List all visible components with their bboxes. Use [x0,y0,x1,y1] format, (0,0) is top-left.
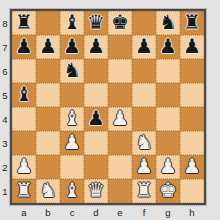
white-pawn[interactable]: ♟ [15,154,33,178]
square-c1[interactable]: ♝ [60,179,84,203]
square-a3[interactable] [12,131,36,155]
square-a5[interactable]: ♝ [12,83,36,107]
square-c8[interactable]: ♝ [60,11,84,35]
square-f7[interactable]: ♟ [132,35,156,59]
square-h5[interactable] [180,83,204,107]
square-d3[interactable] [84,131,108,155]
square-a7[interactable]: ♟ [12,35,36,59]
square-e1[interactable] [108,179,132,203]
square-c6[interactable]: ♞ [60,59,84,83]
square-g7[interactable]: ♟ [156,35,180,59]
square-a1[interactable]: ♜ [12,179,36,203]
black-rook[interactable]: ♜ [183,10,201,34]
square-h8[interactable]: ♜ [180,11,204,35]
square-b3[interactable] [36,131,60,155]
black-pawn[interactable]: ♟ [87,106,105,130]
square-g2[interactable]: ♟ [156,155,180,179]
white-rook[interactable]: ♜ [15,178,33,202]
white-knight[interactable]: ♞ [39,178,57,202]
file-label-c: c [60,205,84,219]
black-pawn[interactable]: ♟ [87,34,105,58]
white-queen[interactable]: ♛ [87,178,105,202]
square-e3[interactable] [108,131,132,155]
square-f1[interactable]: ♜ [132,179,156,203]
square-e8[interactable]: ♚ [108,11,132,35]
square-g3[interactable] [156,131,180,155]
black-pawn[interactable]: ♟ [63,34,81,58]
chess-app-window: 87654321 ♜♝♛♚♞♜♟♟♟♟♟♟♟♞♝♝♟♟♟♞♟♟♟♟♜♞♝♛♜♚ … [0,0,220,220]
file-label-e: e [108,205,132,219]
square-c5[interactable] [60,83,84,107]
square-b8[interactable] [36,11,60,35]
square-f6[interactable] [132,59,156,83]
chess-board: ♜♝♛♚♞♜♟♟♟♟♟♟♟♞♝♝♟♟♟♞♟♟♟♟♜♞♝♛♜♚ [10,9,206,205]
white-pawn[interactable]: ♟ [111,106,129,130]
black-pawn[interactable]: ♟ [15,34,33,58]
square-f8[interactable] [132,11,156,35]
black-bishop[interactable]: ♝ [15,82,33,106]
white-bishop[interactable]: ♝ [63,106,81,130]
black-queen[interactable]: ♛ [87,10,105,34]
rank-label-4: 4 [0,107,10,131]
file-label-f: f [132,205,156,219]
file-label-b: b [36,205,60,219]
square-f3[interactable]: ♞ [132,131,156,155]
file-label-g: g [156,205,180,219]
square-c3[interactable]: ♟ [60,131,84,155]
rank-label-7: 7 [0,35,10,59]
white-pawn[interactable]: ♟ [135,154,153,178]
black-king[interactable]: ♚ [111,10,129,34]
square-h7[interactable]: ♟ [180,35,204,59]
file-label-d: d [84,205,108,219]
square-e2[interactable] [108,155,132,179]
square-g5[interactable] [156,83,180,107]
square-h4[interactable] [180,107,204,131]
square-g4[interactable] [156,107,180,131]
square-e5[interactable] [108,83,132,107]
file-labels: abcdefgh [12,205,204,219]
white-bishop[interactable]: ♝ [63,178,81,202]
white-knight[interactable]: ♞ [135,130,153,154]
square-b5[interactable] [36,83,60,107]
square-d8[interactable]: ♛ [84,11,108,35]
file-label-h: h [180,205,204,219]
white-pawn[interactable]: ♟ [159,154,177,178]
square-e6[interactable] [108,59,132,83]
square-h3[interactable] [180,131,204,155]
square-e7[interactable] [108,35,132,59]
black-bishop[interactable]: ♝ [63,10,81,34]
square-g1[interactable]: ♚ [156,179,180,203]
square-d7[interactable]: ♟ [84,35,108,59]
square-d6[interactable] [84,59,108,83]
square-h2[interactable]: ♟ [180,155,204,179]
black-pawn[interactable]: ♟ [159,34,177,58]
black-knight[interactable]: ♞ [159,10,177,34]
white-pawn[interactable]: ♟ [183,154,201,178]
black-pawn[interactable]: ♟ [39,34,57,58]
white-rook[interactable]: ♜ [135,178,153,202]
rank-label-8: 8 [0,11,10,35]
square-h1[interactable] [180,179,204,203]
file-label-a: a [12,205,36,219]
black-rook[interactable]: ♜ [15,10,33,34]
square-c2[interactable] [60,155,84,179]
white-pawn[interactable]: ♟ [63,130,81,154]
square-b4[interactable] [36,107,60,131]
square-d5[interactable] [84,83,108,107]
square-d1[interactable]: ♛ [84,179,108,203]
square-b2[interactable] [36,155,60,179]
square-d4[interactable]: ♟ [84,107,108,131]
rank-labels: 87654321 [0,11,10,203]
square-a8[interactable]: ♜ [12,11,36,35]
square-f5[interactable] [132,83,156,107]
square-b6[interactable] [36,59,60,83]
square-g8[interactable]: ♞ [156,11,180,35]
square-d2[interactable] [84,155,108,179]
square-c7[interactable]: ♟ [60,35,84,59]
rank-label-3: 3 [0,131,10,155]
black-knight[interactable]: ♞ [63,58,81,82]
black-pawn[interactable]: ♟ [183,34,201,58]
black-pawn[interactable]: ♟ [135,34,153,58]
square-b1[interactable]: ♞ [36,179,60,203]
white-king[interactable]: ♚ [159,178,177,202]
square-f4[interactable] [132,107,156,131]
square-e4[interactable]: ♟ [108,107,132,131]
square-g6[interactable] [156,59,180,83]
square-h6[interactable] [180,59,204,83]
square-a6[interactable] [12,59,36,83]
rank-label-6: 6 [0,59,10,83]
rank-label-5: 5 [0,83,10,107]
rank-label-2: 2 [0,155,10,179]
square-c4[interactable]: ♝ [60,107,84,131]
square-f2[interactable]: ♟ [132,155,156,179]
square-a2[interactable]: ♟ [12,155,36,179]
rank-label-1: 1 [0,179,10,203]
square-b7[interactable]: ♟ [36,35,60,59]
square-a4[interactable] [12,107,36,131]
